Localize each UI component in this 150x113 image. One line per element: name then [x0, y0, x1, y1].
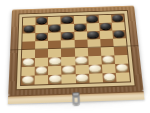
black-checker-d6: [62, 32, 73, 39]
metal-clasp: [71, 92, 82, 109]
white-checker-e3: [75, 56, 87, 63]
square-e1: [75, 74, 89, 83]
board-inlay-border: [16, 10, 136, 90]
white-checker-h2: [116, 64, 128, 72]
folding-checkers-board-photo: [0, 0, 150, 113]
square-d1: [62, 74, 76, 83]
white-checker-g1: [103, 73, 115, 81]
white-checker-f2: [89, 65, 101, 73]
square-f1: [89, 73, 103, 82]
clasp-loop: [72, 95, 80, 105]
white-checker-b2: [36, 66, 48, 74]
folding-board: [8, 6, 145, 105]
square-h1: [116, 72, 130, 81]
square-b1: [35, 75, 49, 84]
board-frame: [8, 6, 143, 96]
black-checker-c7: [49, 24, 60, 31]
black-checker-h8: [112, 14, 124, 21]
black-checker-f8: [87, 15, 98, 22]
white-checker-e1: [76, 74, 88, 82]
white-checker-d2: [62, 65, 74, 73]
white-checker-a3: [22, 58, 34, 65]
white-checker-c1: [49, 75, 61, 83]
square-c1: [48, 75, 62, 84]
black-checker-d8: [62, 16, 73, 23]
square-a1: [21, 76, 35, 85]
white-checker-c3: [49, 57, 61, 64]
white-checker-g3: [102, 55, 114, 62]
black-checker-e7: [74, 23, 85, 30]
black-checker-a7: [23, 25, 34, 32]
black-checker-b8: [36, 17, 47, 24]
black-checker-g7: [100, 23, 112, 30]
black-checker-f6: [87, 31, 99, 38]
black-checker-h6: [113, 30, 125, 37]
white-checker-a1: [22, 76, 34, 84]
square-g1: [102, 73, 116, 82]
black-checker-b6: [36, 33, 47, 40]
board-field: [20, 14, 131, 87]
